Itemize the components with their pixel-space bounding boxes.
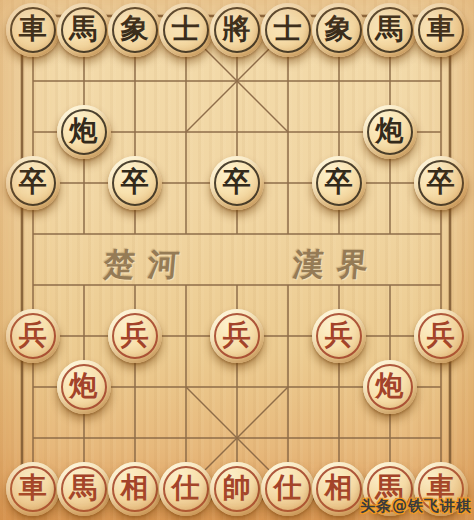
black-elephant[interactable]: 象 bbox=[108, 3, 162, 57]
black-horse[interactable]: 馬 bbox=[57, 3, 111, 57]
piece-glyph: 炮 bbox=[70, 372, 98, 400]
piece-glyph: 帥 bbox=[223, 474, 251, 502]
piece-glyph: 卒 bbox=[223, 168, 251, 196]
piece-glyph: 兵 bbox=[427, 321, 455, 349]
piece-glyph: 仕 bbox=[172, 474, 200, 502]
piece-glyph: 卒 bbox=[325, 168, 353, 196]
black-cannon[interactable]: 炮 bbox=[363, 105, 417, 159]
piece-glyph: 炮 bbox=[70, 117, 98, 145]
red-general[interactable]: 帥 bbox=[210, 462, 264, 516]
red-advisor[interactable]: 仕 bbox=[261, 462, 315, 516]
piece-glyph: 馬 bbox=[376, 15, 404, 43]
black-horse[interactable]: 馬 bbox=[363, 3, 417, 57]
black-general[interactable]: 將 bbox=[210, 3, 264, 57]
piece-glyph: 卒 bbox=[427, 168, 455, 196]
piece-glyph: 車 bbox=[19, 474, 47, 502]
black-cannon[interactable]: 炮 bbox=[57, 105, 111, 159]
black-soldier[interactable]: 卒 bbox=[210, 156, 264, 210]
red-soldier[interactable]: 兵 bbox=[108, 309, 162, 363]
black-soldier[interactable]: 卒 bbox=[312, 156, 366, 210]
piece-glyph: 象 bbox=[325, 15, 353, 43]
red-soldier[interactable]: 兵 bbox=[414, 309, 468, 363]
black-advisor[interactable]: 士 bbox=[159, 3, 213, 57]
red-soldier[interactable]: 兵 bbox=[210, 309, 264, 363]
piece-glyph: 車 bbox=[427, 15, 455, 43]
piece-glyph: 卒 bbox=[121, 168, 149, 196]
board-grid: 車馬象士將士象馬車炮炮卒卒卒卒卒兵兵兵兵兵炮炮車馬相仕帥仕相馬車 bbox=[7, 4, 466, 514]
xiangqi-board: 楚河 漢界 車馬象士將士象馬車炮炮卒卒卒卒卒兵兵兵兵兵炮炮車馬相仕帥仕相馬車 头… bbox=[0, 0, 474, 520]
piece-glyph: 象 bbox=[121, 15, 149, 43]
black-soldier[interactable]: 卒 bbox=[414, 156, 468, 210]
black-soldier[interactable]: 卒 bbox=[6, 156, 60, 210]
piece-glyph: 炮 bbox=[376, 117, 404, 145]
piece-glyph: 兵 bbox=[325, 321, 353, 349]
piece-glyph: 卒 bbox=[19, 168, 47, 196]
piece-glyph: 兵 bbox=[121, 321, 149, 349]
red-chariot[interactable]: 車 bbox=[6, 462, 60, 516]
piece-glyph: 仕 bbox=[274, 474, 302, 502]
red-advisor[interactable]: 仕 bbox=[159, 462, 213, 516]
piece-glyph: 將 bbox=[223, 15, 251, 43]
piece-glyph: 士 bbox=[274, 15, 302, 43]
red-elephant[interactable]: 相 bbox=[312, 462, 366, 516]
piece-glyph: 相 bbox=[325, 474, 353, 502]
black-chariot[interactable]: 車 bbox=[414, 3, 468, 57]
piece-glyph: 炮 bbox=[376, 372, 404, 400]
piece-glyph: 士 bbox=[172, 15, 200, 43]
piece-glyph: 馬 bbox=[70, 15, 98, 43]
red-soldier[interactable]: 兵 bbox=[6, 309, 60, 363]
red-soldier[interactable]: 兵 bbox=[312, 309, 366, 363]
black-elephant[interactable]: 象 bbox=[312, 3, 366, 57]
black-soldier[interactable]: 卒 bbox=[108, 156, 162, 210]
red-cannon[interactable]: 炮 bbox=[363, 360, 417, 414]
black-advisor[interactable]: 士 bbox=[261, 3, 315, 57]
red-horse[interactable]: 馬 bbox=[57, 462, 111, 516]
red-elephant[interactable]: 相 bbox=[108, 462, 162, 516]
red-cannon[interactable]: 炮 bbox=[57, 360, 111, 414]
watermark: 头条@铁飞讲棋 bbox=[360, 497, 472, 516]
piece-glyph: 馬 bbox=[70, 474, 98, 502]
piece-glyph: 車 bbox=[19, 15, 47, 43]
piece-glyph: 兵 bbox=[223, 321, 251, 349]
piece-glyph: 兵 bbox=[19, 321, 47, 349]
black-chariot[interactable]: 車 bbox=[6, 3, 60, 57]
piece-glyph: 相 bbox=[121, 474, 149, 502]
